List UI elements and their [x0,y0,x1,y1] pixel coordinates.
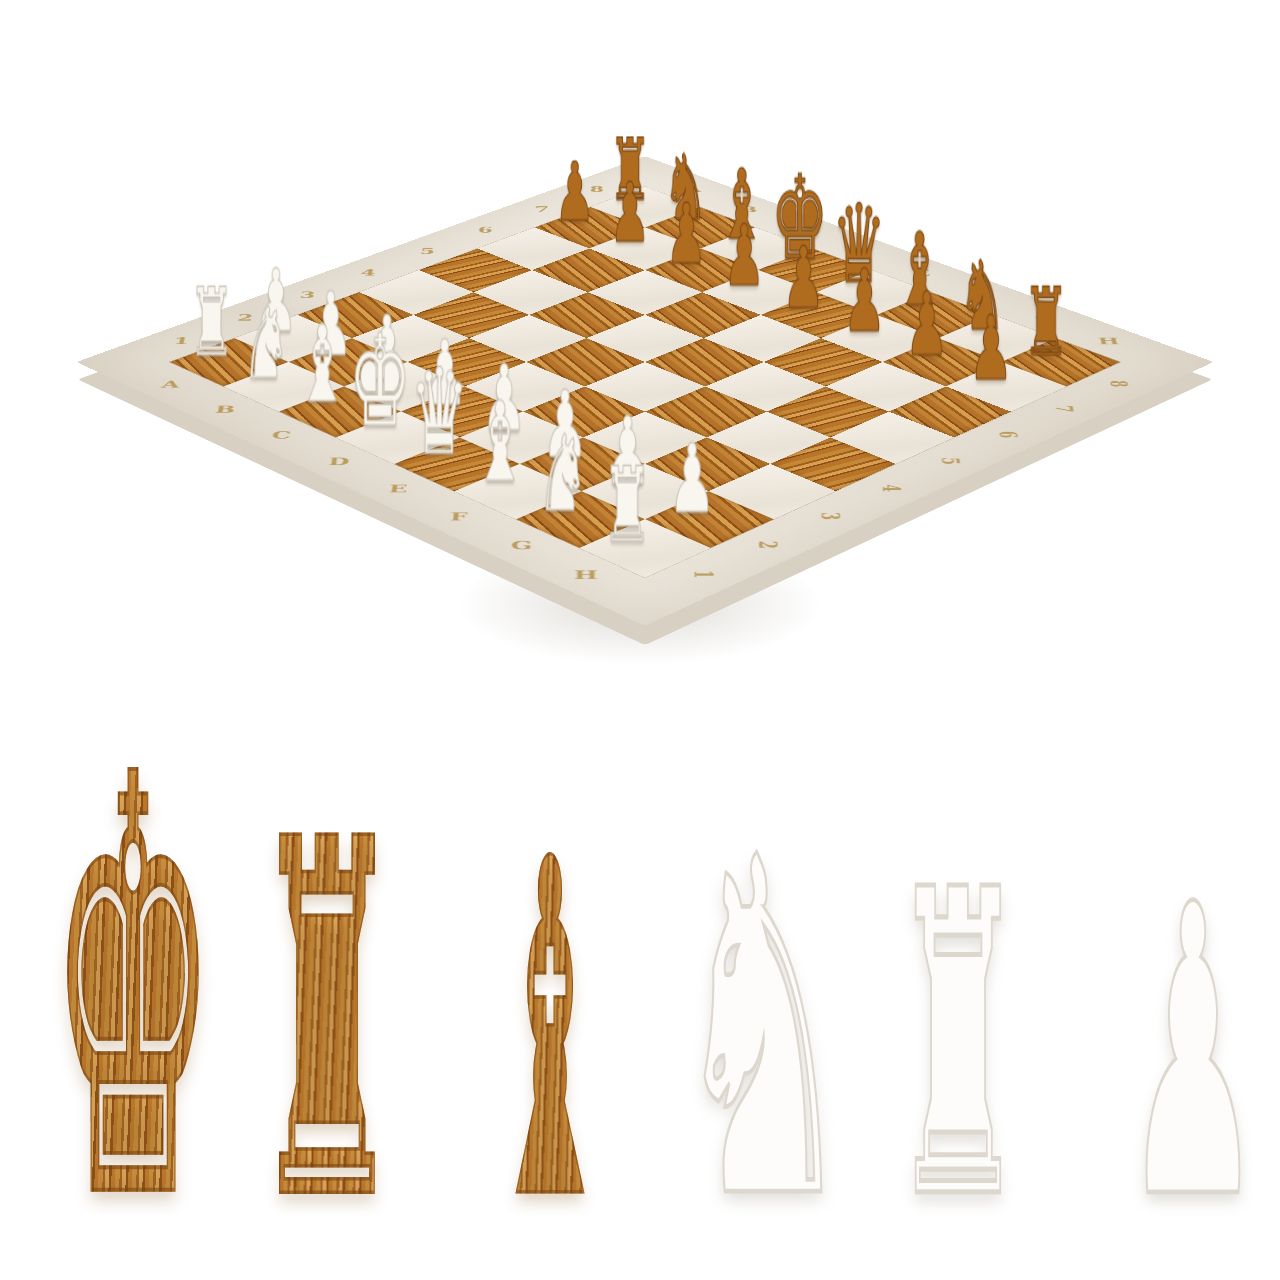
file-label-top-b: B [709,198,787,221]
square-g6[interactable] [826,362,946,412]
white-rook: ♜ [891,837,1025,1257]
brown-rook: ♜ [252,777,403,1267]
white-pawn: ♟ [1124,854,1263,1254]
white-knight: ♞ [672,799,855,1264]
brown-bishop: ♝ [486,800,614,1263]
file-label-top-a: A [655,178,732,200]
showcase-row: ♚♜♝♞♜♟ [0,745,1280,1280]
white-knight[interactable]: ♞ [530,422,596,527]
white-rook[interactable]: ♜ [594,453,661,556]
board-grid: ♜♞♝♚♛♝♞♜♟♟♟♟♟♟♟♟♟♟♟♟♟♟♟♟♜♞♝♚♛♝♞♜ [170,187,1120,578]
brown-rook[interactable]: ♜ [1016,275,1077,369]
brown-king: ♚ [50,704,217,1280]
rank-label-left-8: 8 [566,175,627,203]
white-king[interactable]: ♚ [349,317,412,444]
white-knight[interactable]: ♞ [236,295,297,393]
brown-pawn[interactable]: ♟ [960,304,1021,393]
file-label-top-d: D [822,239,904,263]
white-rook[interactable]: ♜ [181,275,242,369]
white-bishop[interactable]: ♝ [291,312,353,418]
brown-pawn[interactable]: ♟ [897,281,958,369]
chess-board: ♜♞♝♚♛♝♞♜♟♟♟♟♟♟♟♟♟♟♟♟♟♟♟♟♜♞♝♚♛♝♞♜ AA11BB2… [76,156,1213,626]
white-pawn[interactable]: ♟ [659,432,725,527]
board-frame: ♜♞♝♚♛♝♞♜♟♟♟♟♟♟♟♟♟♟♟♟♟♟♟♟♜♞♝♚♛♝♞♜ AA11BB2… [76,156,1213,626]
rank-label-left-5: 5 [394,236,460,266]
rank-label-left-7: 7 [510,195,572,224]
square-h1[interactable]: ♜ [580,519,711,577]
brown-pawn[interactable]: ♟ [657,193,715,276]
white-bishop[interactable]: ♝ [468,388,533,498]
file-label-top-c: C [765,218,845,241]
rank-label-left-6: 6 [453,215,517,245]
file-label-top-h: H [1064,328,1154,354]
white-queen[interactable]: ♛ [407,352,471,471]
board-stage: ♜♞♝♚♛♝♞♜♟♟♟♟♟♟♟♟♟♟♟♟♟♟♟♟♜♞♝♚♛♝♞♜ AA11BB2… [0,0,1280,740]
